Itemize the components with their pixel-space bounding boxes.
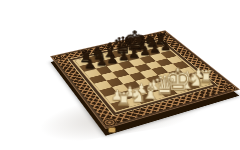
chess-board: ♜♞♝♛♚♝♞♜♟♟♟♟♟♟♟♟♟♟♟♟♟♟♟♟♜♞♝♛♚♝♞♜ <box>50 30 240 129</box>
black-pawn[interactable]: ♟ <box>139 45 151 57</box>
photo-background: ♜♞♝♛♚♝♞♜♟♟♟♟♟♟♟♟♟♟♟♟♟♟♟♟♜♞♝♛♚♝♞♜ <box>0 0 240 150</box>
black-pawn[interactable]: ♟ <box>106 52 118 65</box>
clasp <box>108 127 116 133</box>
white-rook[interactable]: ♜ <box>116 91 130 109</box>
black-pawn[interactable]: ♟ <box>159 40 171 52</box>
scene: ♜♞♝♛♚♝♞♜♟♟♟♟♟♟♟♟♟♟♟♟♟♟♟♟♜♞♝♛♚♝♞♜ <box>0 0 240 150</box>
black-pawn[interactable]: ♟ <box>117 50 129 63</box>
black-pawn[interactable]: ♟ <box>95 55 107 68</box>
black-pawn[interactable]: ♟ <box>128 47 140 59</box>
black-pawn[interactable]: ♟ <box>84 57 96 70</box>
